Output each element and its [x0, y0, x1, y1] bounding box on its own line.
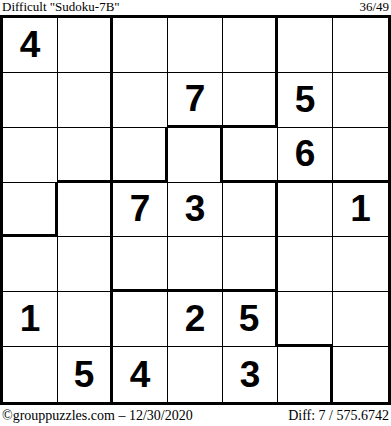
cell-r1c4 — [168, 18, 223, 73]
puzzle-title: Difficult "Sudoku-7B" — [2, 0, 120, 14]
cell-r5c5 — [223, 237, 278, 292]
cell-r4c6 — [278, 183, 333, 238]
cell-r5c7 — [333, 237, 388, 292]
cell-r6c6 — [278, 292, 333, 347]
difficulty-text: Diff: 7 / 575.6742 — [288, 406, 389, 426]
sudoku-grid: 4756731125543 — [0, 15, 391, 405]
cell-r1c2 — [58, 18, 113, 73]
cell-r6c5: 5 — [223, 292, 278, 347]
cell-r6c1: 1 — [3, 292, 58, 347]
cell-r3c5 — [223, 128, 278, 183]
cell-r2c5 — [223, 73, 278, 128]
cell-r4c5 — [223, 183, 278, 238]
cell-r5c3 — [113, 237, 168, 292]
cell-r7c7 — [333, 347, 388, 402]
cell-r7c2: 5 — [58, 347, 113, 402]
cell-r4c4: 3 — [168, 183, 223, 238]
cell-r7c3: 4 — [113, 347, 168, 402]
cell-r7c6 — [278, 347, 333, 402]
cell-r3c1 — [3, 128, 58, 183]
cell-r4c7: 1 — [333, 183, 388, 238]
header: Difficult "Sudoku-7B" 36/49 — [0, 0, 391, 15]
cell-r3c2 — [58, 128, 113, 183]
cell-r7c4 — [168, 347, 223, 402]
puzzle-page: Difficult "Sudoku-7B" 36/49 475673112554… — [0, 0, 391, 426]
cell-r2c7 — [333, 73, 388, 128]
cell-r1c7 — [333, 18, 388, 73]
cell-r1c6 — [278, 18, 333, 73]
cell-r6c4: 2 — [168, 292, 223, 347]
cell-r1c5 — [223, 18, 278, 73]
cell-r7c5: 3 — [223, 347, 278, 402]
cell-counter: 36/49 — [359, 0, 389, 14]
cell-r4c1 — [3, 183, 58, 238]
footer: ©grouppuzzles.com – 12/30/2020 Diff: 7 /… — [0, 405, 391, 426]
cell-r2c3 — [113, 73, 168, 128]
cell-r2c1 — [3, 73, 58, 128]
cell-r5c2 — [58, 237, 113, 292]
cell-r5c1 — [3, 237, 58, 292]
copyright-text: ©grouppuzzles.com – 12/30/2020 — [2, 406, 193, 426]
cell-r7c1 — [3, 347, 58, 402]
cell-r4c3: 7 — [113, 183, 168, 238]
cell-r3c7 — [333, 128, 388, 183]
cell-r2c4: 7 — [168, 73, 223, 128]
cell-r4c2 — [58, 183, 113, 238]
cell-r6c2 — [58, 292, 113, 347]
cell-r1c1: 4 — [3, 18, 58, 73]
cell-r6c7 — [333, 292, 388, 347]
cell-r2c2 — [58, 73, 113, 128]
cell-r6c3 — [113, 292, 168, 347]
cell-r3c4 — [168, 128, 223, 183]
cell-r5c6 — [278, 237, 333, 292]
cell-r1c3 — [113, 18, 168, 73]
cell-r3c6: 6 — [278, 128, 333, 183]
cell-r3c3 — [113, 128, 168, 183]
cell-r2c6: 5 — [278, 73, 333, 128]
cell-r5c4 — [168, 237, 223, 292]
